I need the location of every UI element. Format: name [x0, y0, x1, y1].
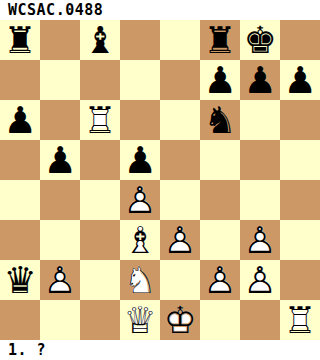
square-b2[interactable]: ♟♙: [40, 260, 80, 300]
square-b5[interactable]: ♟: [40, 140, 80, 180]
square-c3[interactable]: [80, 220, 120, 260]
square-a2[interactable]: ♛: [0, 260, 40, 300]
chess-puzzle-app: WCSAC.0488 ♜♝♜♚♟♟♟♟♜♖♞♟♟♟♙♝♗♟♙♟♙♛♟♙♞♘♟♙♟…: [0, 0, 320, 360]
square-b6[interactable]: [40, 100, 80, 140]
square-a6[interactable]: ♟: [0, 100, 40, 140]
square-c7[interactable]: [80, 60, 120, 100]
square-h4[interactable]: [280, 180, 320, 220]
square-a5[interactable]: [0, 140, 40, 180]
black-pawn-piece: ♟: [0, 100, 40, 140]
square-c2[interactable]: [80, 260, 120, 300]
square-h3[interactable]: [280, 220, 320, 260]
white-pawn-piece: ♟♙: [240, 220, 280, 260]
square-g2[interactable]: ♟♙: [240, 260, 280, 300]
square-c8[interactable]: ♝: [80, 20, 120, 60]
white-pawn-piece: ♟♙: [240, 260, 280, 300]
square-h2[interactable]: [280, 260, 320, 300]
square-f5[interactable]: [200, 140, 240, 180]
square-f6[interactable]: ♞: [200, 100, 240, 140]
white-pawn-piece: ♟♙: [40, 260, 80, 300]
square-a8[interactable]: ♜: [0, 20, 40, 60]
square-c1[interactable]: [80, 300, 120, 340]
square-b7[interactable]: [40, 60, 80, 100]
square-g5[interactable]: [240, 140, 280, 180]
square-g4[interactable]: [240, 180, 280, 220]
square-h7[interactable]: ♟: [280, 60, 320, 100]
white-knight-piece: ♞♘: [120, 260, 160, 300]
black-pawn-piece: ♟: [240, 60, 280, 100]
square-d1[interactable]: ♛♕: [120, 300, 160, 340]
black-rook-piece: ♜: [0, 20, 40, 60]
black-pawn-piece: ♟: [200, 60, 240, 100]
square-f3[interactable]: [200, 220, 240, 260]
white-king-piece: ♚♔: [160, 300, 200, 340]
white-pawn-piece: ♟♙: [200, 260, 240, 300]
square-d5[interactable]: ♟: [120, 140, 160, 180]
square-h8[interactable]: [280, 20, 320, 60]
square-e4[interactable]: [160, 180, 200, 220]
puzzle-id: WCSAC.0488: [0, 0, 320, 20]
square-f2[interactable]: ♟♙: [200, 260, 240, 300]
white-rook-piece: ♜♖: [280, 300, 320, 340]
square-d4[interactable]: ♟♙: [120, 180, 160, 220]
black-queen-piece: ♛: [0, 260, 40, 300]
square-f8[interactable]: ♜: [200, 20, 240, 60]
square-h6[interactable]: [280, 100, 320, 140]
move-prompt: 1. ?: [0, 340, 320, 360]
square-c4[interactable]: [80, 180, 120, 220]
square-e5[interactable]: [160, 140, 200, 180]
square-e7[interactable]: [160, 60, 200, 100]
square-d3[interactable]: ♝♗: [120, 220, 160, 260]
square-c5[interactable]: [80, 140, 120, 180]
white-pawn-piece: ♟♙: [160, 220, 200, 260]
black-pawn-piece: ♟: [40, 140, 80, 180]
square-b1[interactable]: [40, 300, 80, 340]
black-pawn-piece: ♟: [280, 60, 320, 100]
white-rook-piece: ♜♖: [80, 100, 120, 140]
black-bishop-piece: ♝: [80, 20, 120, 60]
white-bishop-piece: ♝♗: [120, 220, 160, 260]
square-d6[interactable]: [120, 100, 160, 140]
square-d7[interactable]: [120, 60, 160, 100]
square-g7[interactable]: ♟: [240, 60, 280, 100]
chess-board: ♜♝♜♚♟♟♟♟♜♖♞♟♟♟♙♝♗♟♙♟♙♛♟♙♞♘♟♙♟♙♛♕♚♔♜♖: [0, 20, 320, 340]
square-e6[interactable]: [160, 100, 200, 140]
square-a3[interactable]: [0, 220, 40, 260]
square-d8[interactable]: [120, 20, 160, 60]
square-g8[interactable]: ♚: [240, 20, 280, 60]
white-queen-piece: ♛♕: [120, 300, 160, 340]
square-f1[interactable]: [200, 300, 240, 340]
square-g3[interactable]: ♟♙: [240, 220, 280, 260]
square-b8[interactable]: [40, 20, 80, 60]
square-a4[interactable]: [0, 180, 40, 220]
square-a1[interactable]: [0, 300, 40, 340]
white-pawn-piece: ♟♙: [120, 180, 160, 220]
square-e1[interactable]: ♚♔: [160, 300, 200, 340]
square-e8[interactable]: [160, 20, 200, 60]
square-g1[interactable]: [240, 300, 280, 340]
black-king-piece: ♚: [240, 20, 280, 60]
black-pawn-piece: ♟: [120, 140, 160, 180]
square-b3[interactable]: [40, 220, 80, 260]
square-b4[interactable]: [40, 180, 80, 220]
black-knight-piece: ♞: [200, 100, 240, 140]
square-d2[interactable]: ♞♘: [120, 260, 160, 300]
square-e3[interactable]: ♟♙: [160, 220, 200, 260]
square-a7[interactable]: [0, 60, 40, 100]
square-h5[interactable]: [280, 140, 320, 180]
square-g6[interactable]: [240, 100, 280, 140]
black-rook-piece: ♜: [200, 20, 240, 60]
square-f4[interactable]: [200, 180, 240, 220]
square-c6[interactable]: ♜♖: [80, 100, 120, 140]
square-e2[interactable]: [160, 260, 200, 300]
square-f7[interactable]: ♟: [200, 60, 240, 100]
square-h1[interactable]: ♜♖: [280, 300, 320, 340]
